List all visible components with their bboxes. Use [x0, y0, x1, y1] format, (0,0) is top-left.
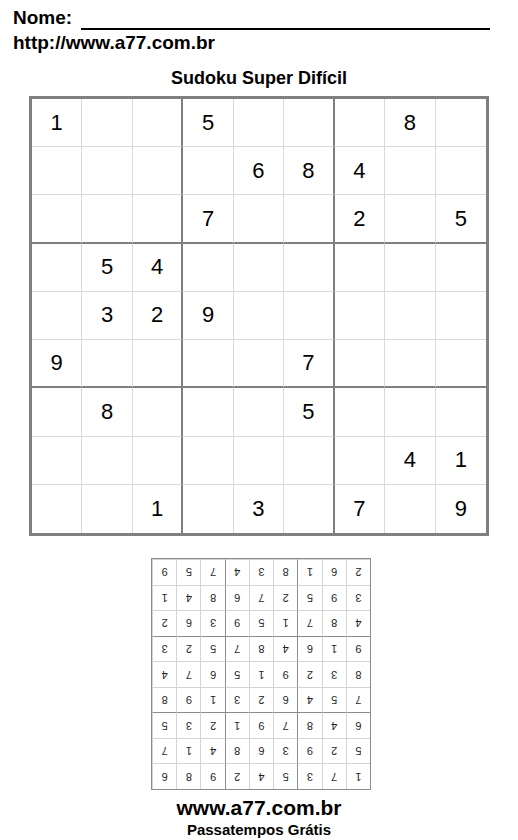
- solution-cell-r4c1: 7: [346, 687, 370, 713]
- sudoku-cell-r9c9: 9: [436, 485, 486, 533]
- sudoku-cell-r1c7[interactable]: [335, 99, 385, 147]
- sudoku-cell-r2c4[interactable]: [183, 147, 233, 195]
- sudoku-cell-r9c2[interactable]: [82, 485, 132, 533]
- sudoku-cell-r3c8[interactable]: [385, 195, 435, 243]
- sudoku-cell-r5c5[interactable]: [234, 292, 284, 340]
- solution-cell-r2c5: 6: [249, 738, 273, 764]
- solution-cell-r3c6: 1: [225, 712, 249, 738]
- solution-cell-r7c1: 4: [346, 610, 370, 636]
- sudoku-cell-r1c8: 8: [385, 99, 435, 147]
- solution-cell-r4c3: 4: [297, 687, 321, 713]
- sudoku-cell-r6c4[interactable]: [183, 340, 233, 388]
- footer-tagline: Passatempos Grátis: [0, 821, 518, 839]
- sudoku-cell-r4c3: 4: [133, 244, 183, 292]
- solution-cell-r8c2: 9: [322, 585, 346, 611]
- solution-cell-r8c5: 7: [249, 585, 273, 611]
- sudoku-cell-r5c9[interactable]: [436, 292, 486, 340]
- sudoku-cell-r3c6[interactable]: [284, 195, 334, 243]
- solution-cell-r9c3: 1: [297, 559, 321, 585]
- solution-cell-r2c8: 1: [176, 738, 200, 764]
- sudoku-cell-r5c7[interactable]: [335, 292, 385, 340]
- solution-cell-r6c6: 7: [225, 636, 249, 662]
- sudoku-grid: 158684725543299785411379: [29, 96, 489, 536]
- sudoku-cell-r5c2: 3: [82, 292, 132, 340]
- solution-cell-r5c5: 1: [249, 661, 273, 687]
- solution-cell-r7c8: 6: [176, 610, 200, 636]
- sudoku-cell-r9c4[interactable]: [183, 485, 233, 533]
- sudoku-cell-r6c6: 7: [284, 340, 334, 388]
- name-line[interactable]: [81, 7, 490, 30]
- solution-cell-r7c4: 1: [273, 610, 297, 636]
- solution-cell-r2c3: 9: [297, 738, 321, 764]
- sudoku-cell-r2c3[interactable]: [133, 147, 183, 195]
- solution-cell-r9c7: 7: [200, 559, 224, 585]
- sudoku-cell-r8c7[interactable]: [335, 437, 385, 485]
- footer-site: www.a77.com.br: [0, 796, 518, 820]
- sudoku-cell-r7c5[interactable]: [234, 388, 284, 436]
- solution-cell-r2c2: 2: [322, 738, 346, 764]
- sudoku-cell-r7c7[interactable]: [335, 388, 385, 436]
- solution-cell-r9c6: 4: [225, 559, 249, 585]
- sudoku-cell-r7c2: 8: [82, 388, 132, 436]
- sudoku-cell-r1c6[interactable]: [284, 99, 334, 147]
- solution-cell-r7c3: 7: [297, 610, 321, 636]
- solution-cell-r5c3: 2: [297, 661, 321, 687]
- solution-cell-r3c2: 4: [322, 712, 346, 738]
- sudoku-cell-r8c6[interactable]: [284, 437, 334, 485]
- solution-cell-r6c2: 1: [322, 636, 346, 662]
- solution-cell-r6c5: 8: [249, 636, 273, 662]
- solution-cell-r1c4: 5: [273, 763, 297, 789]
- sudoku-cell-r1c2[interactable]: [82, 99, 132, 147]
- page-header: Nome: http://www.a77.com.br: [0, 0, 518, 55]
- solution-cell-r8c7: 8: [200, 585, 224, 611]
- sudoku-cell-r1c3[interactable]: [133, 99, 183, 147]
- solution-cell-r9c2: 6: [322, 559, 346, 585]
- solution-cell-r2c4: 3: [273, 738, 297, 764]
- solution-cell-r6c9: 3: [152, 636, 176, 662]
- sudoku-cell-r3c2[interactable]: [82, 195, 132, 243]
- sudoku-cell-r9c6[interactable]: [284, 485, 334, 533]
- solution-cell-r4c6: 3: [225, 687, 249, 713]
- solution-cell-r7c9: 2: [152, 610, 176, 636]
- sudoku-cell-r6c9[interactable]: [436, 340, 486, 388]
- sudoku-cell-r6c5[interactable]: [234, 340, 284, 388]
- solution-cell-r9c5: 3: [249, 559, 273, 585]
- sudoku-cell-r9c5: 3: [234, 485, 284, 533]
- solution-cell-r1c1: 1: [346, 763, 370, 789]
- page-title: Sudoku Super Difícil: [0, 67, 518, 89]
- solution-cell-r1c3: 3: [297, 763, 321, 789]
- sudoku-cell-r3c7: 2: [335, 195, 385, 243]
- sudoku-cell-r8c5[interactable]: [234, 437, 284, 485]
- solution-cell-r1c2: 7: [322, 763, 346, 789]
- solution-cell-r4c9: 8: [152, 687, 176, 713]
- solution-cell-r9c8: 5: [176, 559, 200, 585]
- solution-cell-r8c1: 3: [346, 585, 370, 611]
- solution-cell-r1c6: 2: [225, 763, 249, 789]
- solution-cell-r2c9: 7: [152, 738, 176, 764]
- solution-grid: 1735429865293684176487912357546231988329…: [151, 558, 371, 790]
- solution-cell-r5c7: 6: [200, 661, 224, 687]
- sudoku-cell-r4c8[interactable]: [385, 244, 435, 292]
- solution-cell-r8c9: 1: [152, 585, 176, 611]
- solution-cell-r3c9: 5: [152, 712, 176, 738]
- solution-cell-r4c8: 9: [176, 687, 200, 713]
- solution-cell-r5c1: 8: [346, 661, 370, 687]
- sudoku-cell-r2c7: 4: [335, 147, 385, 195]
- solution-cell-r6c8: 2: [176, 636, 200, 662]
- sudoku-cell-r6c1: 9: [32, 340, 82, 388]
- sudoku-cell-r2c2[interactable]: [82, 147, 132, 195]
- sudoku-cell-r3c4: 7: [183, 195, 233, 243]
- sudoku-cell-r5c3: 2: [133, 292, 183, 340]
- sudoku-cell-r4c9[interactable]: [436, 244, 486, 292]
- solution-cell-r7c7: 3: [200, 610, 224, 636]
- sudoku-cell-r2c6: 8: [284, 147, 334, 195]
- header-url: http://www.a77.com.br: [13, 31, 490, 55]
- sudoku-cell-r9c3: 1: [133, 485, 183, 533]
- sudoku-cell-r7c6: 5: [284, 388, 334, 436]
- sudoku-cell-r6c2[interactable]: [82, 340, 132, 388]
- solution-cell-r3c5: 9: [249, 712, 273, 738]
- solution-cell-r6c1: 9: [346, 636, 370, 662]
- sudoku-cell-r6c8[interactable]: [385, 340, 435, 388]
- sudoku-cell-r6c3[interactable]: [133, 340, 183, 388]
- solution-cell-r9c9: 9: [152, 559, 176, 585]
- sudoku-cell-r2c9[interactable]: [436, 147, 486, 195]
- solution-cell-r1c7: 9: [200, 763, 224, 789]
- sudoku-cell-r5c1[interactable]: [32, 292, 82, 340]
- sudoku-cell-r8c9: 1: [436, 437, 486, 485]
- solution-cell-r3c1: 6: [346, 712, 370, 738]
- sudoku-cell-r7c3[interactable]: [133, 388, 183, 436]
- solution-cell-r4c7: 1: [200, 687, 224, 713]
- sudoku-cell-r4c2: 5: [82, 244, 132, 292]
- sudoku-cell-r8c4[interactable]: [183, 437, 233, 485]
- solution-cell-r6c4: 4: [273, 636, 297, 662]
- sudoku-cell-r8c8: 4: [385, 437, 435, 485]
- solution-cell-r3c3: 8: [297, 712, 321, 738]
- sudoku-cell-r4c1[interactable]: [32, 244, 82, 292]
- sudoku-cell-r2c5: 6: [234, 147, 284, 195]
- solution-cell-r2c7: 4: [200, 738, 224, 764]
- solution-cell-r5c6: 5: [225, 661, 249, 687]
- solution-cell-r9c1: 2: [346, 559, 370, 585]
- sudoku-cell-r8c1[interactable]: [32, 437, 82, 485]
- solution-cell-r5c2: 3: [322, 661, 346, 687]
- sudoku-cell-r8c2[interactable]: [82, 437, 132, 485]
- solution-cell-r5c4: 9: [273, 661, 297, 687]
- sudoku-cell-r3c3[interactable]: [133, 195, 183, 243]
- solution-cell-r6c3: 6: [297, 636, 321, 662]
- sudoku-cell-r7c1[interactable]: [32, 388, 82, 436]
- sudoku-cell-r1c5[interactable]: [234, 99, 284, 147]
- solution-cell-r7c2: 8: [322, 610, 346, 636]
- sudoku-cell-r9c8[interactable]: [385, 485, 435, 533]
- sudoku-cell-r4c5[interactable]: [234, 244, 284, 292]
- solution-cell-r3c4: 7: [273, 712, 297, 738]
- solution-cell-r8c8: 4: [176, 585, 200, 611]
- name-label: Nome:: [13, 6, 72, 30]
- solution-cell-r4c2: 5: [322, 687, 346, 713]
- solution-cell-r9c4: 8: [273, 559, 297, 585]
- solution-cell-r7c5: 5: [249, 610, 273, 636]
- solution-cell-r2c1: 5: [346, 738, 370, 764]
- solution-cell-r7c6: 9: [225, 610, 249, 636]
- sudoku-cell-r4c6[interactable]: [284, 244, 334, 292]
- solution-cell-r2c6: 8: [225, 738, 249, 764]
- solution-cell-r8c6: 6: [225, 585, 249, 611]
- sudoku-cell-r1c4: 5: [183, 99, 233, 147]
- solution-cell-r8c3: 5: [297, 585, 321, 611]
- sudoku-cell-r2c8[interactable]: [385, 147, 435, 195]
- solution-cell-r8c4: 2: [273, 585, 297, 611]
- sudoku-cell-r7c8[interactable]: [385, 388, 435, 436]
- sudoku-cell-r9c1[interactable]: [32, 485, 82, 533]
- sudoku-cell-r2c1[interactable]: [32, 147, 82, 195]
- sudoku-cell-r1c9[interactable]: [436, 99, 486, 147]
- sudoku-cell-r3c1[interactable]: [32, 195, 82, 243]
- sudoku-cell-r7c9[interactable]: [436, 388, 486, 436]
- solution-cell-r1c5: 4: [249, 763, 273, 789]
- sudoku-cell-r5c4: 9: [183, 292, 233, 340]
- solution-cell-r3c8: 3: [176, 712, 200, 738]
- sudoku-cell-r5c6[interactable]: [284, 292, 334, 340]
- sudoku-cell-r4c7[interactable]: [335, 244, 385, 292]
- solution-cell-r3c7: 2: [200, 712, 224, 738]
- sudoku-cell-r5c8[interactable]: [385, 292, 435, 340]
- solution-cell-r1c9: 6: [152, 763, 176, 789]
- sudoku-cell-r4c4[interactable]: [183, 244, 233, 292]
- page-footer: www.a77.com.br Passatempos Grátis: [0, 796, 518, 839]
- solution-cell-r6c7: 5: [200, 636, 224, 662]
- solution-cell-r5c8: 7: [176, 661, 200, 687]
- solution-cell-r4c5: 2: [249, 687, 273, 713]
- sudoku-cell-r8c3[interactable]: [133, 437, 183, 485]
- sudoku-cell-r7c4[interactable]: [183, 388, 233, 436]
- solution-cell-r4c4: 6: [273, 687, 297, 713]
- sudoku-cell-r1c1: 1: [32, 99, 82, 147]
- sudoku-cell-r6c7[interactable]: [335, 340, 385, 388]
- sudoku-cell-r9c7: 7: [335, 485, 385, 533]
- sudoku-cell-r3c9: 5: [436, 195, 486, 243]
- solution-cell-r5c9: 4: [152, 661, 176, 687]
- solution-cell-r1c8: 8: [176, 763, 200, 789]
- sudoku-cell-r3c5[interactable]: [234, 195, 284, 243]
- name-row: Nome:: [13, 6, 490, 30]
